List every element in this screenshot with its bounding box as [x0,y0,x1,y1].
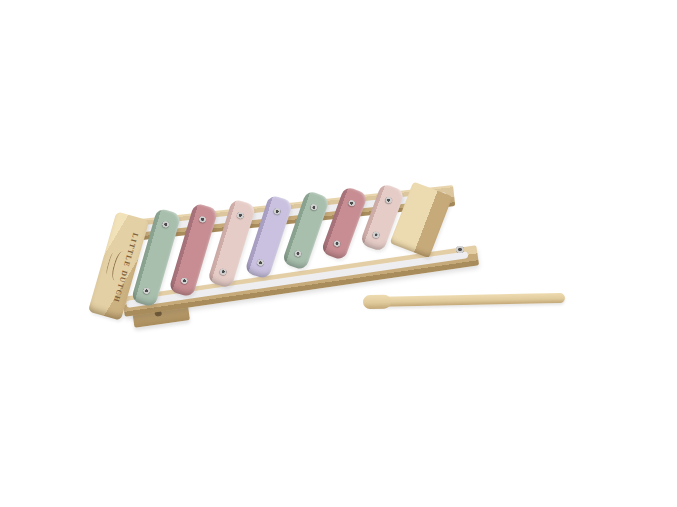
bar-screw [333,240,342,248]
xylophone-bar-6 [320,186,368,261]
mallet-head [363,295,391,310]
bar-screw [198,216,206,224]
bar-screw [219,268,227,276]
bar-screw [180,277,188,285]
bar-screw [273,207,282,215]
product-photo: LITTLE DUTCH [0,0,677,507]
bar-screw [256,259,265,267]
bar-screw [384,196,393,204]
bar-screw [294,250,303,258]
bar-screw [142,287,150,295]
bar-screw [310,203,319,211]
frame-screw [456,246,464,253]
bar-screw [161,221,169,229]
mallet-stick [366,293,565,307]
bar-screw [347,199,356,207]
bar-screw [372,231,381,239]
bar-screw [236,211,244,219]
